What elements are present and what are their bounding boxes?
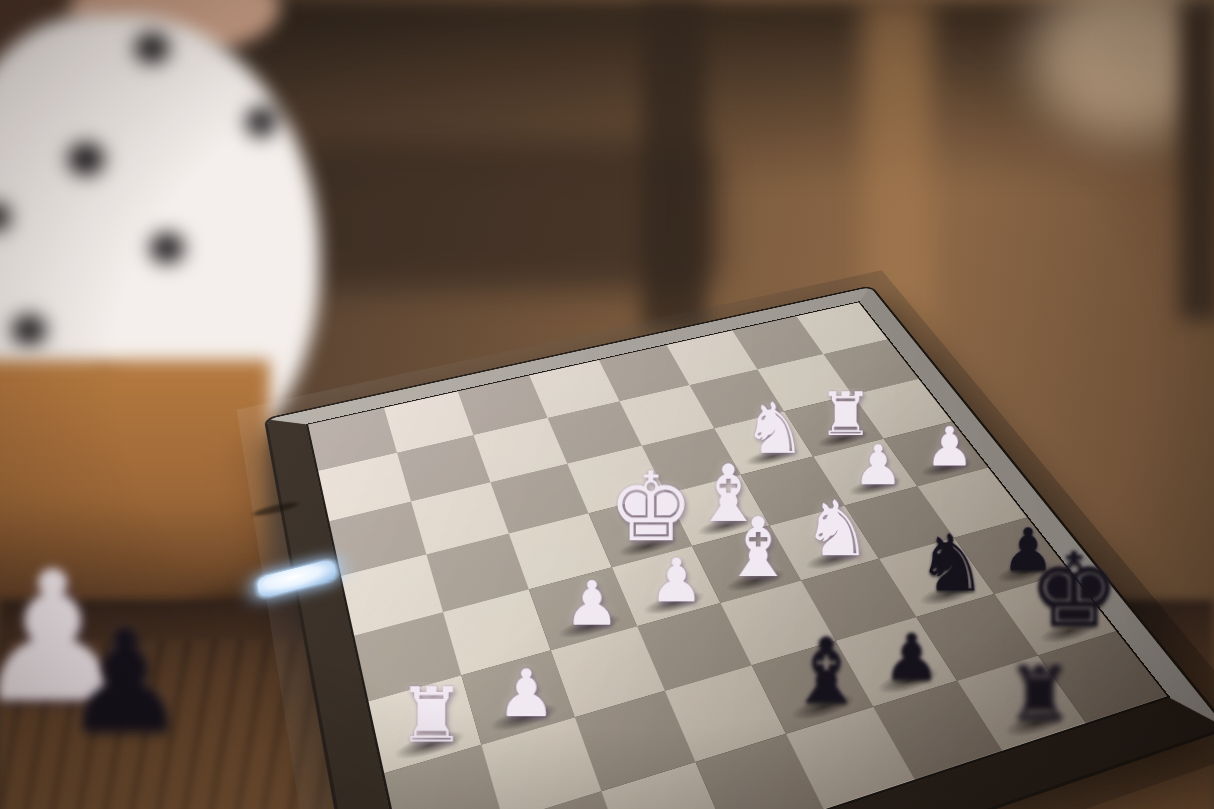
chess-board-grid[interactable]: ♞♜♚♝♟♟♟♟♝♞♜♟♞♟♝♟♚♜ — [308, 302, 1167, 809]
square-h6[interactable] — [852, 379, 952, 439]
square-f6[interactable]: ♞ — [714, 411, 813, 475]
black-rook[interactable]: ♜ — [992, 661, 1088, 730]
square-g8[interactable] — [732, 316, 823, 369]
square-d6[interactable] — [567, 446, 666, 514]
piece-shadow — [742, 444, 803, 470]
square-h7[interactable] — [823, 339, 918, 395]
rail-engraving — [252, 500, 299, 518]
square-d8[interactable] — [529, 360, 619, 418]
photo-canvas: ♞♜♚♝♟♟♟♟♝♞♜♟♞♟♝♟♚♜ ♟ ♟ — [0, 0, 1214, 809]
square-a8[interactable] — [308, 408, 397, 471]
square-h8[interactable] — [796, 302, 887, 354]
white-bishop[interactable]: ♝ — [715, 511, 801, 586]
square-g6[interactable]: ♜ — [784, 395, 883, 457]
white-knight[interactable]: ♞ — [736, 396, 814, 461]
square-e8[interactable] — [599, 345, 690, 401]
electronic-chess-board: ♞♜♚♝♟♟♟♟♝♞♜♟♞♟♝♟♚♜ — [267, 287, 1214, 809]
white-pawn[interactable]: ♟ — [479, 664, 574, 724]
square-c7[interactable] — [473, 418, 567, 482]
white-pawn[interactable]: ♟ — [633, 553, 721, 609]
square-g7[interactable] — [757, 354, 852, 411]
square-c8[interactable] — [458, 375, 548, 435]
black-bishop[interactable]: ♝ — [779, 631, 873, 714]
piece-shadow — [813, 426, 873, 451]
square-b8[interactable] — [384, 391, 473, 452]
square-c6[interactable] — [490, 464, 588, 534]
board-frame: ♞♜♚♝♟♟♟♟♝♞♜♟♞♟♝♟♚♜ — [267, 287, 1214, 809]
square-h5[interactable]: ♟ — [884, 421, 988, 486]
white-rook[interactable]: ♜ — [807, 388, 884, 443]
white-pawn[interactable]: ♟ — [910, 422, 989, 472]
square-e7[interactable] — [620, 385, 715, 446]
square-e6[interactable] — [642, 428, 741, 494]
white-knight[interactable]: ♞ — [795, 494, 880, 564]
square-b7[interactable] — [397, 435, 490, 501]
black-knight[interactable]: ♞ — [908, 527, 995, 599]
white-pawn[interactable]: ♟ — [547, 576, 636, 633]
square-a7[interactable] — [318, 453, 411, 522]
black-king[interactable]: ♚ — [1028, 543, 1117, 637]
square-b6[interactable] — [411, 482, 509, 554]
square-d7[interactable] — [548, 401, 642, 463]
white-king[interactable]: ♚ — [608, 463, 692, 551]
black-pawn[interactable]: ♟ — [865, 628, 958, 687]
captured-black-pawn[interactable]: ♟ — [62, 612, 188, 752]
white-rook[interactable]: ♜ — [383, 682, 480, 752]
piece-shadow — [916, 455, 977, 481]
square-e1[interactable] — [786, 707, 915, 809]
square-a3[interactable]: ♜ — [369, 675, 482, 773]
square-f7[interactable] — [689, 369, 784, 428]
square-f8[interactable] — [667, 330, 758, 385]
